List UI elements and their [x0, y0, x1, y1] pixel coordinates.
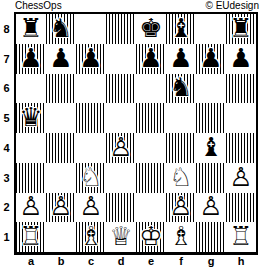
square-h1[interactable]: ♜♖	[226, 222, 256, 252]
square-e2[interactable]	[136, 193, 166, 223]
square-g8[interactable]	[196, 14, 226, 44]
square-h8[interactable]: ♜♜	[226, 14, 256, 44]
file-label-d: d	[106, 255, 136, 269]
black-pawn: ♟♟	[166, 44, 196, 74]
white-rook: ♜♖	[16, 222, 46, 252]
black-pawn: ♟♟	[226, 44, 256, 74]
file-label-g: g	[196, 255, 226, 269]
white-queen: ♛♕	[106, 222, 136, 252]
square-d5[interactable]	[106, 103, 136, 133]
square-d7[interactable]	[106, 44, 136, 74]
square-e3[interactable]	[136, 163, 166, 193]
white-pawn: ♟♙	[76, 193, 106, 223]
square-g5[interactable]	[196, 103, 226, 133]
square-d4[interactable]: ♟♙	[106, 133, 136, 163]
square-f1[interactable]: ♝♗	[166, 222, 196, 252]
file-label-c: c	[76, 255, 106, 269]
square-h4[interactable]	[226, 133, 256, 163]
rank-labels: 87654321	[0, 14, 13, 252]
black-bishop: ♝♝	[166, 14, 196, 44]
square-h6[interactable]	[226, 74, 256, 104]
square-f6[interactable]: ♞♞	[166, 74, 196, 104]
square-e8[interactable]: ♚♚	[136, 14, 166, 44]
file-labels: abcdefgh	[16, 255, 256, 269]
chess-board: ♜♜♞♞♚♚♝♝♜♜♟♟♟♟♟♟♟♟♟♟♟♟♟♟♞♞♛♛♟♙♝♝♞♘♞♘♟♙♟♙…	[16, 14, 256, 252]
square-h2[interactable]	[226, 193, 256, 223]
white-knight: ♞♘	[76, 163, 106, 193]
square-a8[interactable]: ♜♜	[16, 14, 46, 44]
white-bishop: ♝♗	[166, 222, 196, 252]
rank-label-8: 8	[0, 14, 13, 44]
white-pawn: ♟♙	[166, 193, 196, 223]
rank-label-5: 5	[0, 103, 13, 133]
square-f3[interactable]: ♞♘	[166, 163, 196, 193]
rank-label-1: 1	[0, 222, 13, 252]
rank-label-7: 7	[0, 44, 13, 74]
board-frame: ♜♜♞♞♚♚♝♝♜♜♟♟♟♟♟♟♟♟♟♟♟♟♟♟♞♞♛♛♟♙♝♝♞♘♞♘♟♙♟♙…	[14, 12, 258, 255]
black-knight: ♞♞	[166, 74, 196, 104]
rank-label-4: 4	[0, 133, 13, 163]
white-pawn: ♟♙	[226, 163, 256, 193]
square-c4[interactable]	[76, 133, 106, 163]
square-b8[interactable]: ♞♞	[46, 14, 76, 44]
square-a3[interactable]	[16, 163, 46, 193]
square-d2[interactable]	[106, 193, 136, 223]
square-g4[interactable]: ♝♝	[196, 133, 226, 163]
square-f5[interactable]	[166, 103, 196, 133]
chessops-diagram: ChessOps © EUdesign 87654321 ♜♜♞♞♚♚♝♝♜♜♟…	[0, 0, 270, 270]
square-b1[interactable]	[46, 222, 76, 252]
app-title: ChessOps	[15, 0, 62, 11]
square-h5[interactable]	[226, 103, 256, 133]
black-bishop: ♝♝	[196, 133, 226, 163]
square-a2[interactable]: ♟♙	[16, 193, 46, 223]
square-c1[interactable]: ♝♗	[76, 222, 106, 252]
square-c8[interactable]	[76, 14, 106, 44]
white-pawn: ♟♙	[196, 193, 226, 223]
white-king: ♚♔	[136, 222, 166, 252]
white-pawn: ♟♙	[46, 193, 76, 223]
square-b7[interactable]: ♟♟	[46, 44, 76, 74]
square-d6[interactable]	[106, 74, 136, 104]
square-a6[interactable]	[16, 74, 46, 104]
square-c5[interactable]	[76, 103, 106, 133]
rank-label-2: 2	[0, 193, 13, 223]
square-f8[interactable]: ♝♝	[166, 14, 196, 44]
white-bishop: ♝♗	[76, 222, 106, 252]
square-b3[interactable]	[46, 163, 76, 193]
black-rook: ♜♜	[16, 14, 46, 44]
square-b5[interactable]	[46, 103, 76, 133]
square-d8[interactable]	[106, 14, 136, 44]
square-b2[interactable]: ♟♙	[46, 193, 76, 223]
rank-label-3: 3	[0, 163, 13, 193]
square-f4[interactable]	[166, 133, 196, 163]
file-label-a: a	[16, 255, 46, 269]
square-f2[interactable]: ♟♙	[166, 193, 196, 223]
black-pawn: ♟♟	[196, 44, 226, 74]
square-e4[interactable]	[136, 133, 166, 163]
white-rook: ♜♖	[226, 222, 256, 252]
black-pawn: ♟♟	[136, 44, 166, 74]
square-d3[interactable]	[106, 163, 136, 193]
square-h3[interactable]: ♟♙	[226, 163, 256, 193]
rank-label-6: 6	[0, 74, 13, 104]
black-pawn: ♟♟	[16, 44, 46, 74]
square-b6[interactable]	[46, 74, 76, 104]
square-g3[interactable]	[196, 163, 226, 193]
square-a1[interactable]: ♜♖	[16, 222, 46, 252]
file-label-h: h	[226, 255, 256, 269]
credit-label: © EUdesign	[205, 0, 259, 11]
square-c3[interactable]: ♞♘	[76, 163, 106, 193]
square-e5[interactable]	[136, 103, 166, 133]
square-e6[interactable]	[136, 74, 166, 104]
square-g6[interactable]	[196, 74, 226, 104]
black-pawn: ♟♟	[76, 44, 106, 74]
black-pawn: ♟♟	[46, 44, 76, 74]
file-label-f: f	[166, 255, 196, 269]
white-pawn: ♟♙	[106, 133, 136, 163]
square-c7[interactable]: ♟♟	[76, 44, 106, 74]
square-a7[interactable]: ♟♟	[16, 44, 46, 74]
square-g2[interactable]: ♟♙	[196, 193, 226, 223]
square-g1[interactable]	[196, 222, 226, 252]
square-c6[interactable]	[76, 74, 106, 104]
square-d1[interactable]: ♛♕	[106, 222, 136, 252]
square-c2[interactable]: ♟♙	[76, 193, 106, 223]
square-g7[interactable]: ♟♟	[196, 44, 226, 74]
square-e7[interactable]: ♟♟	[136, 44, 166, 74]
black-knight: ♞♞	[46, 14, 76, 44]
square-h7[interactable]: ♟♟	[226, 44, 256, 74]
file-label-b: b	[46, 255, 76, 269]
white-knight: ♞♘	[166, 163, 196, 193]
black-queen: ♛♛	[16, 103, 46, 133]
black-king: ♚♚	[136, 14, 166, 44]
square-a4[interactable]	[16, 133, 46, 163]
square-a5[interactable]: ♛♛	[16, 103, 46, 133]
square-f7[interactable]: ♟♟	[166, 44, 196, 74]
square-e1[interactable]: ♚♔	[136, 222, 166, 252]
white-pawn: ♟♙	[16, 193, 46, 223]
black-rook: ♜♜	[226, 14, 256, 44]
file-label-e: e	[136, 255, 166, 269]
square-b4[interactable]	[46, 133, 76, 163]
